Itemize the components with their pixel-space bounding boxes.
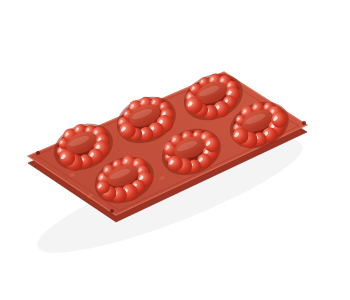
silicone-mold-scene <box>0 0 350 300</box>
corner-hole <box>110 209 114 213</box>
product-photo <box>0 0 350 300</box>
corner-hole <box>36 151 40 155</box>
corner-hole <box>302 121 306 125</box>
